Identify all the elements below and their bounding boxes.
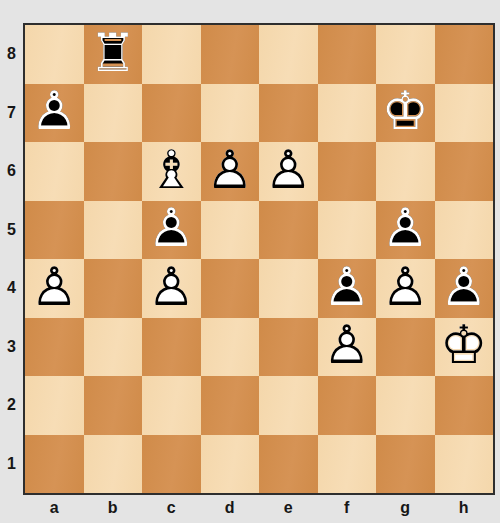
square-c5[interactable]: ♟♙: [142, 201, 201, 260]
white-pawn-fill-glyph: ♟: [142, 257, 201, 316]
file-labels: abcdefgh: [25, 496, 493, 520]
white-pawn-outline-glyph: ♙: [142, 257, 201, 316]
square-e1[interactable]: [259, 435, 318, 494]
file-label-b: b: [84, 496, 143, 520]
square-c1[interactable]: [142, 435, 201, 494]
square-b6[interactable]: [84, 142, 143, 201]
file-label-d: d: [201, 496, 260, 520]
black-king-fill-glyph: ♚: [376, 82, 435, 141]
square-g6[interactable]: [376, 142, 435, 201]
square-b8[interactable]: ♜♖: [84, 25, 143, 84]
square-a1[interactable]: [25, 435, 84, 494]
rank-label-5: 5: [0, 201, 23, 260]
square-e3[interactable]: [259, 318, 318, 377]
square-f2[interactable]: [318, 376, 377, 435]
black-king-g7[interactable]: ♚♔: [376, 84, 435, 143]
square-a3[interactable]: [25, 318, 84, 377]
black-pawn-fill-glyph: ♟: [25, 82, 84, 141]
square-g1[interactable]: [376, 435, 435, 494]
square-g4[interactable]: ♟♙: [376, 259, 435, 318]
rank-label-3: 3: [0, 318, 23, 377]
square-b4[interactable]: [84, 259, 143, 318]
black-rook-b8[interactable]: ♜♖: [84, 25, 143, 84]
square-c7[interactable]: [142, 84, 201, 143]
square-d8[interactable]: [201, 25, 260, 84]
rank-label-2: 2: [0, 376, 23, 435]
square-c2[interactable]: [142, 376, 201, 435]
square-c4[interactable]: ♟♙: [142, 259, 201, 318]
square-e8[interactable]: [259, 25, 318, 84]
file-label-a: a: [25, 496, 84, 520]
square-e5[interactable]: [259, 201, 318, 260]
square-g8[interactable]: [376, 25, 435, 84]
square-a2[interactable]: [25, 376, 84, 435]
square-g3[interactable]: [376, 318, 435, 377]
chess-diagram: 87654321 ♜♖♟♙♚♔♝♗♟♙♟♙♟♙♟♙♟♙♟♙♟♙♟♙♟♙♟♙♚♔ …: [0, 0, 500, 523]
square-h2[interactable]: [435, 376, 494, 435]
white-bishop-fill-glyph: ♝: [142, 140, 201, 199]
black-pawn-outline-glyph: ♙: [435, 257, 494, 316]
white-king-h3[interactable]: ♚♔: [435, 318, 494, 377]
white-pawn-a4[interactable]: ♟♙: [25, 259, 84, 318]
file-label-g: g: [376, 496, 435, 520]
square-e2[interactable]: [259, 376, 318, 435]
square-d3[interactable]: [201, 318, 260, 377]
square-d6[interactable]: ♟♙: [201, 142, 260, 201]
square-g7[interactable]: ♚♔: [376, 84, 435, 143]
square-h7[interactable]: [435, 84, 494, 143]
square-f7[interactable]: [318, 84, 377, 143]
square-a4[interactable]: ♟♙: [25, 259, 84, 318]
square-e6[interactable]: ♟♙: [259, 142, 318, 201]
white-pawn-fill-glyph: ♟: [318, 316, 377, 375]
rank-label-6: 6: [0, 142, 23, 201]
square-b7[interactable]: [84, 84, 143, 143]
square-h5[interactable]: [435, 201, 494, 260]
square-d1[interactable]: [201, 435, 260, 494]
black-pawn-fill-glyph: ♟: [318, 257, 377, 316]
square-b3[interactable]: [84, 318, 143, 377]
white-pawn-f3[interactable]: ♟♙: [318, 318, 377, 377]
file-label-c: c: [142, 496, 201, 520]
white-pawn-c4[interactable]: ♟♙: [142, 259, 201, 318]
black-pawn-h4[interactable]: ♟♙: [435, 259, 494, 318]
square-d7[interactable]: [201, 84, 260, 143]
square-f3[interactable]: ♟♙: [318, 318, 377, 377]
black-king-outline-glyph: ♔: [376, 82, 435, 141]
square-f4[interactable]: ♟♙: [318, 259, 377, 318]
square-c6[interactable]: ♝♗: [142, 142, 201, 201]
square-d2[interactable]: [201, 376, 260, 435]
rank-label-7: 7: [0, 84, 23, 143]
white-bishop-outline-glyph: ♗: [142, 140, 201, 199]
square-b2[interactable]: [84, 376, 143, 435]
square-h4[interactable]: ♟♙: [435, 259, 494, 318]
white-pawn-g4[interactable]: ♟♙: [376, 259, 435, 318]
square-d4[interactable]: [201, 259, 260, 318]
square-h8[interactable]: [435, 25, 494, 84]
white-pawn-fill-glyph: ♟: [259, 140, 318, 199]
white-pawn-outline-glyph: ♙: [318, 316, 377, 375]
white-pawn-outline-glyph: ♙: [25, 257, 84, 316]
square-g2[interactable]: [376, 376, 435, 435]
square-c3[interactable]: [142, 318, 201, 377]
white-pawn-outline-glyph: ♙: [259, 140, 318, 199]
black-pawn-outline-glyph: ♙: [318, 257, 377, 316]
square-c8[interactable]: [142, 25, 201, 84]
rank-labels: 87654321: [0, 25, 23, 493]
black-pawn-outline-glyph: ♙: [376, 199, 435, 258]
white-pawn-outline-glyph: ♙: [201, 140, 260, 199]
file-label-h: h: [435, 496, 494, 520]
black-pawn-c5[interactable]: ♟♙: [142, 201, 201, 260]
rank-label-1: 1: [0, 435, 23, 494]
square-h3[interactable]: ♚♔: [435, 318, 494, 377]
white-pawn-fill-glyph: ♟: [376, 257, 435, 316]
black-pawn-outline-glyph: ♙: [25, 82, 84, 141]
square-h1[interactable]: [435, 435, 494, 494]
black-pawn-g5[interactable]: ♟♙: [376, 201, 435, 260]
square-e4[interactable]: [259, 259, 318, 318]
square-a6[interactable]: [25, 142, 84, 201]
rank-label-8: 8: [0, 25, 23, 84]
square-g5[interactable]: ♟♙: [376, 201, 435, 260]
white-bishop-c6[interactable]: ♝♗: [142, 142, 201, 201]
square-e7[interactable]: [259, 84, 318, 143]
square-f1[interactable]: [318, 435, 377, 494]
rank-label-4: 4: [0, 259, 23, 318]
file-label-f: f: [318, 496, 377, 520]
black-rook-fill-glyph: ♜: [84, 23, 143, 82]
square-a5[interactable]: [25, 201, 84, 260]
chess-board: ♜♖♟♙♚♔♝♗♟♙♟♙♟♙♟♙♟♙♟♙♟♙♟♙♟♙♟♙♚♔: [23, 23, 495, 495]
file-label-e: e: [259, 496, 318, 520]
black-pawn-fill-glyph: ♟: [435, 257, 494, 316]
square-a8[interactable]: [25, 25, 84, 84]
white-pawn-fill-glyph: ♟: [25, 257, 84, 316]
black-pawn-a7[interactable]: ♟♙: [25, 84, 84, 143]
square-f6[interactable]: [318, 142, 377, 201]
square-b1[interactable]: [84, 435, 143, 494]
square-f5[interactable]: [318, 201, 377, 260]
white-pawn-e6[interactable]: ♟♙: [259, 142, 318, 201]
black-rook-outline-glyph: ♖: [84, 23, 143, 82]
white-pawn-fill-glyph: ♟: [201, 140, 260, 199]
square-d5[interactable]: [201, 201, 260, 260]
white-pawn-d6[interactable]: ♟♙: [201, 142, 260, 201]
white-pawn-outline-glyph: ♙: [376, 257, 435, 316]
black-pawn-fill-glyph: ♟: [376, 199, 435, 258]
black-pawn-fill-glyph: ♟: [142, 199, 201, 258]
square-a7[interactable]: ♟♙: [25, 84, 84, 143]
square-h6[interactable]: [435, 142, 494, 201]
white-king-outline-glyph: ♔: [435, 316, 494, 375]
black-pawn-f4[interactable]: ♟♙: [318, 259, 377, 318]
white-king-fill-glyph: ♚: [435, 316, 494, 375]
square-f8[interactable]: [318, 25, 377, 84]
square-b5[interactable]: [84, 201, 143, 260]
black-pawn-outline-glyph: ♙: [142, 199, 201, 258]
